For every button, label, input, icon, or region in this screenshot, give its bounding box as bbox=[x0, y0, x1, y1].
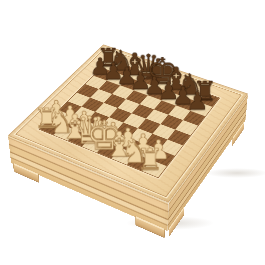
box-foot bbox=[232, 121, 245, 147]
box-foot bbox=[135, 216, 165, 238]
square-d2: ♟ bbox=[92, 127, 115, 143]
square-h6 bbox=[183, 111, 205, 126]
box-top: ♜♞♝♛♚♝♞♜♟♟♟♟♟♟♟♟♟♟♟♟♟♟♟♟♜♞♝♛♚♝♞♜ bbox=[8, 45, 248, 203]
square-f3 bbox=[129, 128, 152, 144]
floor-shadow bbox=[206, 168, 265, 178]
box-foot bbox=[13, 163, 40, 183]
product-photo: ♜♞♝♛♚♝♞♜♟♟♟♟♟♟♟♟♟♟♟♟♟♟♟♟♜♞♝♛♚♝♞♜ bbox=[0, 0, 265, 265]
